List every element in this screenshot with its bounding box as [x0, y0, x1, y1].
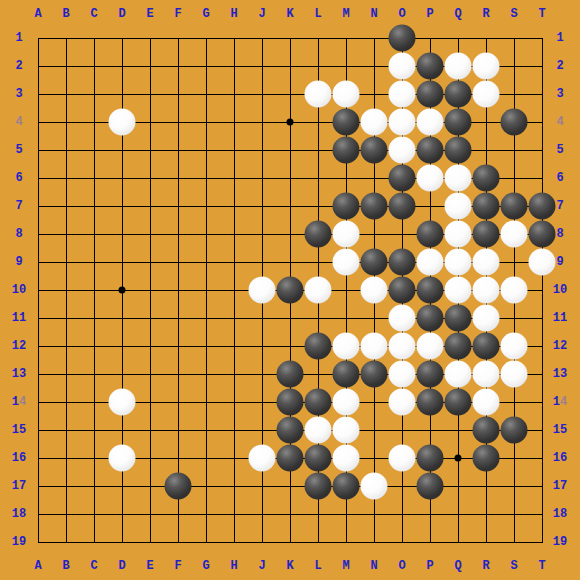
- black-stone-S15[interactable]: [501, 417, 528, 444]
- row-label-left-11: 11: [6, 311, 32, 325]
- grid-line-vertical: [542, 38, 543, 543]
- grid-line-horizontal: [38, 486, 543, 487]
- white-stone-R9[interactable]: [473, 249, 500, 276]
- white-stone-D14[interactable]: [109, 389, 136, 416]
- black-stone-N13[interactable]: [361, 361, 388, 388]
- row-label-left-10: 10: [6, 283, 32, 297]
- white-stone-M16[interactable]: [333, 445, 360, 472]
- grid-line-horizontal: [38, 542, 543, 543]
- star-point: [455, 455, 462, 462]
- white-stone-R3[interactable]: [473, 81, 500, 108]
- column-label-top-G: G: [193, 7, 219, 21]
- white-stone-O11[interactable]: [389, 305, 416, 332]
- black-stone-L17[interactable]: [305, 473, 332, 500]
- black-stone-Q4[interactable]: [445, 109, 472, 136]
- white-stone-N4[interactable]: [361, 109, 388, 136]
- white-stone-N17[interactable]: [361, 473, 388, 500]
- go-board: AABBCCDDEEFFGGHHJJKKLLMMNNOOPPQQRRSSTT11…: [0, 0, 580, 580]
- row-label-right-11: 11: [547, 311, 573, 325]
- row-label-left-5: 5: [6, 143, 32, 157]
- black-stone-Q12[interactable]: [445, 333, 472, 360]
- column-label-top-F: F: [165, 7, 191, 21]
- white-stone-P6[interactable]: [417, 165, 444, 192]
- column-label-top-T: T: [529, 7, 555, 21]
- white-stone-M9[interactable]: [333, 249, 360, 276]
- black-stone-N7[interactable]: [361, 193, 388, 220]
- white-stone-S8[interactable]: [501, 221, 528, 248]
- white-stone-J10[interactable]: [249, 277, 276, 304]
- white-stone-D16[interactable]: [109, 445, 136, 472]
- column-label-bottom-N: N: [361, 559, 387, 573]
- black-stone-N9[interactable]: [361, 249, 388, 276]
- black-stone-K14[interactable]: [277, 389, 304, 416]
- black-stone-L12[interactable]: [305, 333, 332, 360]
- black-stone-M7[interactable]: [333, 193, 360, 220]
- black-stone-O7[interactable]: [389, 193, 416, 220]
- white-stone-S13[interactable]: [501, 361, 528, 388]
- black-stone-F17[interactable]: [165, 473, 192, 500]
- black-stone-P3[interactable]: [417, 81, 444, 108]
- white-stone-S12[interactable]: [501, 333, 528, 360]
- row-label-left-2: 2: [6, 59, 32, 73]
- star-point: [119, 287, 126, 294]
- black-stone-P10[interactable]: [417, 277, 444, 304]
- white-stone-M14[interactable]: [333, 389, 360, 416]
- black-stone-O10[interactable]: [389, 277, 416, 304]
- white-stone-R2[interactable]: [473, 53, 500, 80]
- black-stone-R8[interactable]: [473, 221, 500, 248]
- black-stone-R15[interactable]: [473, 417, 500, 444]
- black-stone-K15[interactable]: [277, 417, 304, 444]
- column-label-top-E: E: [137, 7, 163, 21]
- black-stone-O1[interactable]: [389, 25, 416, 52]
- column-label-bottom-M: M: [333, 559, 359, 573]
- column-label-bottom-S: S: [501, 559, 527, 573]
- white-stone-S10[interactable]: [501, 277, 528, 304]
- row-label-right-14: 14: [547, 395, 573, 409]
- row-label-left-3: 3: [6, 87, 32, 101]
- row-label-right-12: 12: [547, 339, 573, 353]
- white-stone-D4[interactable]: [109, 109, 136, 136]
- column-label-bottom-J: J: [249, 559, 275, 573]
- row-label-right-4: 4: [547, 115, 573, 129]
- column-label-top-B: B: [53, 7, 79, 21]
- black-stone-T7[interactable]: [529, 193, 556, 220]
- black-stone-R7[interactable]: [473, 193, 500, 220]
- row-label-left-12: 12: [6, 339, 32, 353]
- row-label-left-15: 15: [6, 423, 32, 437]
- column-label-top-Q: Q: [445, 7, 471, 21]
- column-label-bottom-B: B: [53, 559, 79, 573]
- row-label-left-6: 6: [6, 171, 32, 185]
- column-label-bottom-O: O: [389, 559, 415, 573]
- row-label-left-13: 13: [6, 367, 32, 381]
- black-stone-Q11[interactable]: [445, 305, 472, 332]
- column-label-top-P: P: [417, 7, 443, 21]
- column-label-bottom-G: G: [193, 559, 219, 573]
- row-label-left-1: 1: [6, 31, 32, 45]
- white-stone-P9[interactable]: [417, 249, 444, 276]
- column-label-bottom-H: H: [221, 559, 247, 573]
- column-label-top-S: S: [501, 7, 527, 21]
- column-label-bottom-K: K: [277, 559, 303, 573]
- black-stone-S7[interactable]: [501, 193, 528, 220]
- white-stone-Q10[interactable]: [445, 277, 472, 304]
- white-stone-O5[interactable]: [389, 137, 416, 164]
- black-stone-N5[interactable]: [361, 137, 388, 164]
- column-label-bottom-D: D: [109, 559, 135, 573]
- white-stone-O2[interactable]: [389, 53, 416, 80]
- row-label-right-18: 18: [547, 507, 573, 521]
- star-point: [287, 119, 294, 126]
- white-stone-N12[interactable]: [361, 333, 388, 360]
- white-stone-T9[interactable]: [529, 249, 556, 276]
- white-stone-Q7[interactable]: [445, 193, 472, 220]
- column-label-top-J: J: [249, 7, 275, 21]
- column-label-bottom-R: R: [473, 559, 499, 573]
- white-stone-L15[interactable]: [305, 417, 332, 444]
- column-label-bottom-A: A: [25, 559, 51, 573]
- black-stone-M5[interactable]: [333, 137, 360, 164]
- white-stone-R10[interactable]: [473, 277, 500, 304]
- white-stone-M12[interactable]: [333, 333, 360, 360]
- black-stone-L8[interactable]: [305, 221, 332, 248]
- column-label-bottom-C: C: [81, 559, 107, 573]
- black-stone-Q3[interactable]: [445, 81, 472, 108]
- black-stone-T8[interactable]: [529, 221, 556, 248]
- white-stone-O16[interactable]: [389, 445, 416, 472]
- column-label-top-H: H: [221, 7, 247, 21]
- column-label-top-R: R: [473, 7, 499, 21]
- white-stone-O13[interactable]: [389, 361, 416, 388]
- white-stone-L3[interactable]: [305, 81, 332, 108]
- row-label-left-8: 8: [6, 227, 32, 241]
- black-stone-P16[interactable]: [417, 445, 444, 472]
- black-stone-K10[interactable]: [277, 277, 304, 304]
- white-stone-O4[interactable]: [389, 109, 416, 136]
- black-stone-Q5[interactable]: [445, 137, 472, 164]
- black-stone-M4[interactable]: [333, 109, 360, 136]
- white-stone-M8[interactable]: [333, 221, 360, 248]
- column-label-bottom-F: F: [165, 559, 191, 573]
- black-stone-O6[interactable]: [389, 165, 416, 192]
- black-stone-P8[interactable]: [417, 221, 444, 248]
- row-label-right-16: 16: [547, 451, 573, 465]
- white-stone-Q13[interactable]: [445, 361, 472, 388]
- row-label-left-17: 17: [6, 479, 32, 493]
- row-label-left-16: 16: [6, 451, 32, 465]
- row-label-left-7: 7: [6, 199, 32, 213]
- black-stone-L14[interactable]: [305, 389, 332, 416]
- column-label-top-N: N: [361, 7, 387, 21]
- black-stone-K13[interactable]: [277, 361, 304, 388]
- column-label-bottom-E: E: [137, 559, 163, 573]
- white-stone-M15[interactable]: [333, 417, 360, 444]
- black-stone-M13[interactable]: [333, 361, 360, 388]
- row-label-left-4: 4: [6, 115, 32, 129]
- row-label-right-15: 15: [547, 423, 573, 437]
- grid-line-horizontal: [38, 514, 543, 515]
- column-label-bottom-L: L: [305, 559, 331, 573]
- white-stone-Q2[interactable]: [445, 53, 472, 80]
- white-stone-N10[interactable]: [361, 277, 388, 304]
- row-label-right-6: 6: [547, 171, 573, 185]
- black-stone-Q14[interactable]: [445, 389, 472, 416]
- black-stone-P14[interactable]: [417, 389, 444, 416]
- white-stone-P4[interactable]: [417, 109, 444, 136]
- white-stone-R14[interactable]: [473, 389, 500, 416]
- black-stone-K16[interactable]: [277, 445, 304, 472]
- white-stone-Q9[interactable]: [445, 249, 472, 276]
- black-stone-P5[interactable]: [417, 137, 444, 164]
- row-label-left-9: 9: [6, 255, 32, 269]
- row-label-right-19: 19: [547, 535, 573, 549]
- white-stone-O14[interactable]: [389, 389, 416, 416]
- black-stone-P2[interactable]: [417, 53, 444, 80]
- black-stone-R12[interactable]: [473, 333, 500, 360]
- black-stone-O9[interactable]: [389, 249, 416, 276]
- row-label-left-19: 19: [6, 535, 32, 549]
- white-stone-Q6[interactable]: [445, 165, 472, 192]
- black-stone-P17[interactable]: [417, 473, 444, 500]
- column-label-top-L: L: [305, 7, 331, 21]
- row-label-right-10: 10: [547, 283, 573, 297]
- column-label-top-D: D: [109, 7, 135, 21]
- white-stone-J16[interactable]: [249, 445, 276, 472]
- row-label-right-2: 2: [547, 59, 573, 73]
- black-stone-R6[interactable]: [473, 165, 500, 192]
- black-stone-P11[interactable]: [417, 305, 444, 332]
- column-label-top-C: C: [81, 7, 107, 21]
- white-stone-P12[interactable]: [417, 333, 444, 360]
- white-stone-O12[interactable]: [389, 333, 416, 360]
- white-stone-R11[interactable]: [473, 305, 500, 332]
- column-label-top-K: K: [277, 7, 303, 21]
- column-label-bottom-Q: Q: [445, 559, 471, 573]
- column-label-bottom-P: P: [417, 559, 443, 573]
- black-stone-S4[interactable]: [501, 109, 528, 136]
- white-stone-O3[interactable]: [389, 81, 416, 108]
- column-label-top-A: A: [25, 7, 51, 21]
- column-label-top-O: O: [389, 7, 415, 21]
- white-stone-R13[interactable]: [473, 361, 500, 388]
- row-label-right-3: 3: [547, 87, 573, 101]
- row-label-right-13: 13: [547, 367, 573, 381]
- row-label-left-14: 14: [6, 395, 32, 409]
- white-stone-M3[interactable]: [333, 81, 360, 108]
- column-label-bottom-T: T: [529, 559, 555, 573]
- white-stone-L10[interactable]: [305, 277, 332, 304]
- row-label-right-5: 5: [547, 143, 573, 157]
- white-stone-Q8[interactable]: [445, 221, 472, 248]
- black-stone-M17[interactable]: [333, 473, 360, 500]
- black-stone-P13[interactable]: [417, 361, 444, 388]
- row-label-right-17: 17: [547, 479, 573, 493]
- black-stone-L16[interactable]: [305, 445, 332, 472]
- row-label-right-1: 1: [547, 31, 573, 45]
- black-stone-R16[interactable]: [473, 445, 500, 472]
- column-label-top-M: M: [333, 7, 359, 21]
- row-label-left-18: 18: [6, 507, 32, 521]
